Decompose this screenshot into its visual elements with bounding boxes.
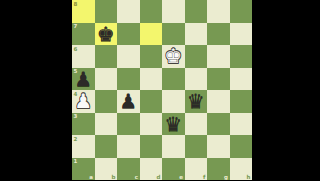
file-label-b: b [112,174,116,180]
square-e8[interactable] [162,0,185,23]
square-e1[interactable]: e [162,158,185,181]
black-queen[interactable]: ♛ [162,113,185,136]
file-label-g: g [224,174,228,180]
square-c2[interactable] [117,135,140,158]
square-d3[interactable] [140,113,163,136]
square-d5[interactable] [140,68,163,91]
square-b6[interactable] [95,45,118,68]
square-f3[interactable] [185,113,208,136]
chess-board: 87♚6♚5♟4♟♟♛3♛21abcdefgh [72,0,252,180]
square-e3[interactable]: ♛ [162,113,185,136]
square-b8[interactable] [95,0,118,23]
square-b3[interactable] [95,113,118,136]
square-h7[interactable] [230,23,253,46]
square-g1[interactable]: g [207,158,230,181]
square-a8[interactable]: 8 [72,0,95,23]
square-f7[interactable] [185,23,208,46]
square-b7[interactable]: ♚ [95,23,118,46]
square-g4[interactable] [207,90,230,113]
square-d2[interactable] [140,135,163,158]
rank-label-8: 8 [74,1,78,7]
square-a5[interactable]: 5♟ [72,68,95,91]
square-c7[interactable] [117,23,140,46]
file-label-f: f [203,174,205,180]
square-g3[interactable] [207,113,230,136]
square-a7[interactable]: 7 [72,23,95,46]
square-c5[interactable] [117,68,140,91]
square-b1[interactable]: b [95,158,118,181]
square-b2[interactable] [95,135,118,158]
square-e2[interactable] [162,135,185,158]
square-f2[interactable] [185,135,208,158]
black-king[interactable]: ♚ [95,23,118,46]
rank-label-1: 1 [74,158,78,164]
black-pawn[interactable]: ♟ [72,68,95,91]
square-d6[interactable] [140,45,163,68]
square-h5[interactable] [230,68,253,91]
file-label-a: a [89,174,93,180]
square-g6[interactable] [207,45,230,68]
square-a4[interactable]: 4♟ [72,90,95,113]
square-g8[interactable] [207,0,230,23]
square-d8[interactable] [140,0,163,23]
square-h1[interactable]: h [230,158,253,181]
square-f6[interactable] [185,45,208,68]
square-h6[interactable] [230,45,253,68]
file-label-d: d [157,174,161,180]
square-g5[interactable] [207,68,230,91]
square-a2[interactable]: 2 [72,135,95,158]
file-label-h: h [247,174,251,180]
square-a6[interactable]: 6 [72,45,95,68]
square-b4[interactable] [95,90,118,113]
file-label-e: e [179,174,183,180]
rank-label-7: 7 [74,23,78,29]
square-d1[interactable]: d [140,158,163,181]
square-c8[interactable] [117,0,140,23]
square-c6[interactable] [117,45,140,68]
square-f5[interactable] [185,68,208,91]
square-e4[interactable] [162,90,185,113]
square-h3[interactable] [230,113,253,136]
square-h8[interactable] [230,0,253,23]
rank-label-6: 6 [74,46,78,52]
white-king[interactable]: ♚ [162,45,185,68]
square-e5[interactable] [162,68,185,91]
rank-label-3: 3 [74,113,78,119]
square-d4[interactable] [140,90,163,113]
square-e7[interactable] [162,23,185,46]
square-a1[interactable]: 1a [72,158,95,181]
square-c1[interactable]: c [117,158,140,181]
square-b5[interactable] [95,68,118,91]
square-f4[interactable]: ♛ [185,90,208,113]
square-c3[interactable] [117,113,140,136]
square-h2[interactable] [230,135,253,158]
square-h4[interactable] [230,90,253,113]
square-a3[interactable]: 3 [72,113,95,136]
rank-label-2: 2 [74,136,78,142]
square-g2[interactable] [207,135,230,158]
file-label-c: c [135,174,138,180]
square-d7[interactable] [140,23,163,46]
square-f1[interactable]: f [185,158,208,181]
letterbox-stage: 87♚6♚5♟4♟♟♛3♛21abcdefgh [0,0,320,180]
black-queen[interactable]: ♛ [185,90,208,113]
square-f8[interactable] [185,0,208,23]
square-g7[interactable] [207,23,230,46]
square-c4[interactable]: ♟ [117,90,140,113]
white-pawn[interactable]: ♟ [72,90,95,113]
square-e6[interactable]: ♚ [162,45,185,68]
black-pawn[interactable]: ♟ [117,90,140,113]
